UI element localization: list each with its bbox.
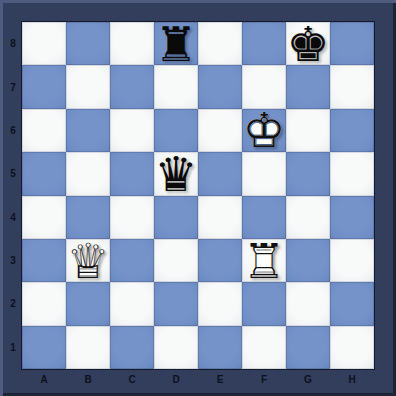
piece-white-king[interactable]: ♚♔ — [242, 109, 286, 152]
rank-label-7: 7 — [0, 65, 22, 108]
square-h2[interactable] — [330, 282, 374, 325]
square-f3[interactable]: ♜♖ — [242, 239, 286, 282]
square-e3[interactable] — [198, 239, 242, 282]
square-d2[interactable] — [154, 282, 198, 325]
square-h1[interactable] — [330, 326, 374, 369]
square-c3[interactable] — [110, 239, 154, 282]
square-b2[interactable] — [66, 282, 110, 325]
square-g8[interactable]: ♚ — [286, 22, 330, 65]
square-f8[interactable] — [242, 22, 286, 65]
file-label-b: B — [66, 369, 110, 390]
file-label-h: H — [330, 369, 374, 390]
square-d8[interactable]: ♜ — [154, 22, 198, 65]
square-b5[interactable] — [66, 152, 110, 195]
square-g7[interactable] — [286, 65, 330, 108]
file-label-a: A — [22, 369, 66, 390]
square-f1[interactable] — [242, 326, 286, 369]
file-label-g: G — [286, 369, 330, 390]
square-b8[interactable] — [66, 22, 110, 65]
white-piece-outline: ♕ — [66, 239, 110, 282]
square-b7[interactable] — [66, 65, 110, 108]
square-a1[interactable] — [22, 326, 66, 369]
square-e6[interactable] — [198, 109, 242, 152]
file-label-d: D — [154, 369, 198, 390]
white-piece-outline: ♖ — [242, 239, 286, 282]
piece-white-rook[interactable]: ♜♖ — [242, 239, 286, 282]
square-a4[interactable] — [22, 196, 66, 239]
square-b1[interactable] — [66, 326, 110, 369]
square-b6[interactable] — [66, 109, 110, 152]
square-g6[interactable] — [286, 109, 330, 152]
chess-board-frame: ♜♚♚♔♛♛♕♜♖ 87654321ABCDEFGH — [0, 0, 396, 396]
rank-label-8: 8 — [0, 22, 22, 65]
square-f2[interactable] — [242, 282, 286, 325]
square-c2[interactable] — [110, 282, 154, 325]
square-h4[interactable] — [330, 196, 374, 239]
square-a5[interactable] — [22, 152, 66, 195]
white-piece-outline: ♔ — [242, 109, 286, 152]
file-label-f: F — [242, 369, 286, 390]
square-e1[interactable] — [198, 326, 242, 369]
file-label-c: C — [110, 369, 154, 390]
square-d3[interactable] — [154, 239, 198, 282]
square-h8[interactable] — [330, 22, 374, 65]
square-a3[interactable] — [22, 239, 66, 282]
square-g3[interactable] — [286, 239, 330, 282]
piece-black-queen[interactable]: ♛ — [154, 152, 198, 195]
square-e5[interactable] — [198, 152, 242, 195]
square-c7[interactable] — [110, 65, 154, 108]
square-c6[interactable] — [110, 109, 154, 152]
square-c8[interactable] — [110, 22, 154, 65]
file-label-e: E — [198, 369, 242, 390]
square-d7[interactable] — [154, 65, 198, 108]
square-d4[interactable] — [154, 196, 198, 239]
square-a6[interactable] — [22, 109, 66, 152]
square-f6[interactable]: ♚♔ — [242, 109, 286, 152]
square-g4[interactable] — [286, 196, 330, 239]
square-g5[interactable] — [286, 152, 330, 195]
square-h7[interactable] — [330, 65, 374, 108]
square-f5[interactable] — [242, 152, 286, 195]
rank-label-6: 6 — [0, 109, 22, 152]
rank-label-5: 5 — [0, 152, 22, 195]
square-e8[interactable] — [198, 22, 242, 65]
square-g1[interactable] — [286, 326, 330, 369]
square-a7[interactable] — [22, 65, 66, 108]
rank-label-1: 1 — [0, 326, 22, 369]
square-d1[interactable] — [154, 326, 198, 369]
square-h6[interactable] — [330, 109, 374, 152]
square-e2[interactable] — [198, 282, 242, 325]
rank-label-4: 4 — [0, 196, 22, 239]
square-a8[interactable] — [22, 22, 66, 65]
square-c5[interactable] — [110, 152, 154, 195]
square-c1[interactable] — [110, 326, 154, 369]
square-c4[interactable] — [110, 196, 154, 239]
piece-white-queen[interactable]: ♛♕ — [66, 239, 110, 282]
square-g2[interactable] — [286, 282, 330, 325]
square-d5[interactable]: ♛ — [154, 152, 198, 195]
square-h3[interactable] — [330, 239, 374, 282]
square-a2[interactable] — [22, 282, 66, 325]
piece-black-king[interactable]: ♚ — [286, 22, 330, 65]
square-e4[interactable] — [198, 196, 242, 239]
chess-board: ♜♚♚♔♛♛♕♜♖ — [22, 22, 374, 369]
rank-label-3: 3 — [0, 239, 22, 282]
square-h5[interactable] — [330, 152, 374, 195]
piece-black-rook[interactable]: ♜ — [154, 22, 198, 65]
square-e7[interactable] — [198, 65, 242, 108]
rank-label-2: 2 — [0, 282, 22, 325]
square-b3[interactable]: ♛♕ — [66, 239, 110, 282]
